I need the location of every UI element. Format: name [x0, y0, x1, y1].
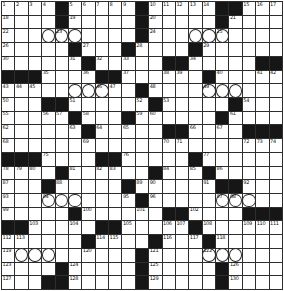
cell-r12c11[interactable] [136, 153, 148, 166]
cell-r12c17[interactable] [216, 153, 228, 166]
cell-r11c11[interactable] [136, 139, 148, 152]
cell-r10c1[interactable]: 62 [2, 125, 14, 138]
cell-r7c20[interactable] [256, 84, 268, 97]
cell-r13c4[interactable] [42, 167, 54, 180]
cell-r10c18[interactable] [229, 125, 241, 138]
cell-r20c6[interactable]: 124 [69, 263, 81, 276]
cell-r10c8[interactable]: 64 [96, 125, 108, 138]
cell-r7c18[interactable] [229, 84, 241, 97]
cell-r16c16[interactable] [203, 208, 215, 221]
cell-r16c7[interactable]: 100 [82, 208, 94, 221]
cell-r19c12[interactable]: 121 [149, 249, 161, 262]
cell-r7c16[interactable]: 49 [203, 84, 215, 97]
cell-r8c11[interactable]: 52 [136, 98, 148, 111]
cell-r6c13[interactable]: 38 [163, 71, 175, 84]
cell-r10c16[interactable] [203, 125, 215, 138]
cell-r21c16[interactable] [203, 276, 215, 289]
cell-r10c2[interactable] [15, 125, 27, 138]
cell-r19c10[interactable] [122, 249, 134, 262]
cell-r10c10[interactable]: 65 [122, 125, 134, 138]
cell-r15c7[interactable] [82, 194, 94, 207]
cell-r11c2[interactable] [15, 139, 27, 152]
cell-r5c5[interactable] [56, 57, 68, 70]
cell-r21c18[interactable]: 130 [229, 276, 241, 289]
cell-r5c8[interactable]: 32 [96, 57, 108, 70]
cell-r21c10[interactable] [122, 276, 134, 289]
cell-r14c14[interactable] [176, 180, 188, 193]
cell-r20c12[interactable]: 125 [149, 263, 161, 276]
cell-r14c1[interactable]: 87 [2, 180, 14, 193]
cell-r2c4[interactable] [42, 16, 54, 29]
cell-r17c19[interactable]: 109 [243, 221, 255, 234]
cell-r14c6[interactable] [69, 180, 81, 193]
cell-r5c19[interactable] [243, 57, 255, 70]
cell-r8c20[interactable] [256, 98, 268, 111]
cell-r11c5[interactable] [56, 139, 68, 152]
cell-r16c17[interactable] [216, 208, 228, 221]
cell-r15c15[interactable] [189, 194, 201, 207]
cell-r11c1[interactable]: 68 [2, 139, 14, 152]
cell-r18c15[interactable]: 117 [189, 235, 201, 248]
cell-r2c20[interactable] [256, 16, 268, 29]
cell-r4c7[interactable]: 27 [82, 43, 94, 56]
cell-r5c1[interactable]: 30 [2, 57, 14, 70]
cell-r6c20[interactable]: 41 [256, 71, 268, 84]
cell-r14c11[interactable]: 89 [136, 180, 148, 193]
cell-r14c13[interactable] [163, 180, 175, 193]
cell-r5c12[interactable] [149, 57, 161, 70]
cell-r14c19[interactable]: 92 [243, 180, 255, 193]
cell-r14c20[interactable] [256, 180, 268, 193]
cell-r10c9[interactable] [109, 125, 121, 138]
cell-r19c8[interactable] [96, 249, 108, 262]
cell-r3c3[interactable] [29, 29, 41, 42]
cell-r6c6[interactable] [69, 71, 81, 84]
cell-r14c12[interactable]: 90 [149, 180, 161, 193]
cell-r19c1[interactable]: 119 [2, 249, 14, 262]
cell-r14c15[interactable] [189, 180, 201, 193]
cell-r11c16[interactable] [203, 139, 215, 152]
cell-r21c7[interactable] [82, 276, 94, 289]
cell-r18c21[interactable] [270, 235, 282, 248]
cell-r3c14[interactable] [176, 29, 188, 42]
cell-r12c13[interactable] [163, 153, 175, 166]
cell-r16c9[interactable] [109, 208, 121, 221]
cell-r5c11[interactable] [136, 57, 148, 70]
cell-r13c13[interactable]: 84 [163, 167, 175, 180]
cell-r13c15[interactable]: 85 [189, 167, 201, 180]
cell-r10c6[interactable]: 63 [69, 125, 81, 138]
cell-r21c6[interactable]: 128 [69, 276, 81, 289]
cell-r18c9[interactable]: 115 [109, 235, 121, 248]
cell-r17c4[interactable] [42, 221, 54, 234]
cell-r12c18[interactable] [229, 153, 241, 166]
cell-r4c2[interactable] [15, 43, 27, 56]
cell-r7c10[interactable] [122, 84, 134, 97]
cell-r20c21[interactable] [270, 263, 282, 276]
cell-r15c14[interactable] [176, 194, 188, 207]
cell-r12c6[interactable] [69, 153, 81, 166]
cell-r19c19[interactable] [243, 249, 255, 262]
cell-r8c10[interactable] [122, 98, 134, 111]
cell-r18c14[interactable] [176, 235, 188, 248]
cell-r19c15[interactable] [189, 249, 201, 262]
cell-r18c2[interactable]: 113 [15, 235, 27, 248]
cell-r3c20[interactable] [256, 29, 268, 42]
cell-r14c3[interactable] [29, 180, 41, 193]
cell-r3c10[interactable] [122, 29, 134, 42]
cell-r9c2[interactable] [15, 112, 27, 125]
cell-r3c5[interactable]: 23 [56, 29, 68, 42]
cell-r19c3[interactable] [29, 249, 41, 262]
cell-r1c19[interactable]: 15 [243, 2, 255, 15]
cell-r6c12[interactable] [149, 71, 161, 84]
cell-r1c20[interactable]: 16 [256, 2, 268, 15]
cell-r10c12[interactable] [149, 125, 161, 138]
cell-r5c4[interactable] [42, 57, 54, 70]
cell-r7c12[interactable]: 48 [149, 84, 161, 97]
cell-r2c8[interactable] [96, 16, 108, 29]
cell-r13c8[interactable]: 82 [96, 167, 108, 180]
cell-r17c13[interactable]: 106 [163, 221, 175, 234]
cell-r19c2[interactable] [15, 249, 27, 262]
cell-r4c5[interactable] [56, 43, 68, 56]
cell-r8c21[interactable] [270, 98, 282, 111]
cell-r12c10[interactable]: 76 [122, 153, 134, 166]
cell-r8c14[interactable] [176, 98, 188, 111]
cell-r15c21[interactable] [270, 194, 282, 207]
cell-r17c17[interactable] [216, 221, 228, 234]
cell-r5c18[interactable] [229, 57, 241, 70]
cell-r18c17[interactable]: 118 [216, 235, 228, 248]
cell-r11c3[interactable] [29, 139, 41, 152]
cell-r10c15[interactable]: 66 [189, 125, 201, 138]
cell-r16c5[interactable] [56, 208, 68, 221]
cell-r18c5[interactable] [56, 235, 68, 248]
cell-r21c19[interactable] [243, 276, 255, 289]
cell-r16c2[interactable] [15, 208, 27, 221]
cell-r11c12[interactable] [149, 139, 161, 152]
cell-r2c13[interactable] [163, 16, 175, 29]
cell-r13c10[interactable] [122, 167, 134, 180]
cell-r20c14[interactable] [176, 263, 188, 276]
cell-r6c10[interactable]: 37 [122, 71, 134, 84]
cell-r7c2[interactable]: 44 [15, 84, 27, 97]
cell-r19c14[interactable] [176, 249, 188, 262]
cell-r7c5[interactable] [56, 84, 68, 97]
cell-r3c6[interactable] [69, 29, 81, 42]
cell-r16c12[interactable] [149, 208, 161, 221]
cell-r18c6[interactable] [69, 235, 81, 248]
cell-r15c16[interactable] [203, 194, 215, 207]
cell-r14c8[interactable] [96, 180, 108, 193]
cell-r9c16[interactable] [203, 112, 215, 125]
cell-r10c4[interactable] [42, 125, 54, 138]
cell-r7c1[interactable]: 43 [2, 84, 14, 97]
cell-r10c5[interactable] [56, 125, 68, 138]
cell-r8c7[interactable] [82, 98, 94, 111]
cell-r1c13[interactable]: 11 [163, 2, 175, 15]
cell-r3c13[interactable] [163, 29, 175, 42]
cell-r2c7[interactable] [82, 16, 94, 29]
cell-r11c4[interactable] [42, 139, 54, 152]
cell-r16c11[interactable]: 101 [136, 208, 148, 221]
cell-r8c19[interactable]: 54 [243, 98, 255, 111]
cell-r13c1[interactable]: 78 [2, 167, 14, 180]
cell-r7c17[interactable] [216, 84, 228, 97]
cell-r4c18[interactable] [229, 43, 241, 56]
cell-r15c13[interactable] [163, 194, 175, 207]
cell-r13c21[interactable] [270, 167, 282, 180]
cell-r12c21[interactable] [270, 153, 282, 166]
cell-r7c8[interactable]: 46 [96, 84, 108, 97]
cell-r15c17[interactable]: 97 [216, 194, 228, 207]
cell-r3c16[interactable] [203, 29, 215, 42]
cell-r15c10[interactable]: 95 [122, 194, 134, 207]
cell-r3c8[interactable] [96, 29, 108, 42]
cell-r4c11[interactable]: 28 [136, 43, 148, 56]
cell-r1c12[interactable]: 10 [149, 2, 161, 15]
cell-r5c9[interactable] [109, 57, 121, 70]
cell-r15c8[interactable] [96, 194, 108, 207]
cell-r12c5[interactable] [56, 153, 68, 166]
cell-r18c11[interactable] [136, 235, 148, 248]
cell-r17c16[interactable]: 108 [203, 221, 215, 234]
cell-r17c18[interactable] [229, 221, 241, 234]
cell-r18c18[interactable] [229, 235, 241, 248]
cell-r4c3[interactable] [29, 43, 41, 56]
cell-r19c16[interactable]: 122 [203, 249, 215, 262]
cell-r9c20[interactable] [256, 112, 268, 125]
cell-r11c13[interactable]: 70 [163, 139, 175, 152]
cell-r9c1[interactable]: 55 [2, 112, 14, 125]
cell-r13c19[interactable] [243, 167, 255, 180]
cell-r20c9[interactable] [109, 263, 121, 276]
cell-r3c4[interactable] [42, 29, 54, 42]
cell-r20c7[interactable] [82, 263, 94, 276]
cell-r9c15[interactable] [189, 112, 201, 125]
cell-r4c4[interactable] [42, 43, 54, 56]
cell-r18c4[interactable] [42, 235, 54, 248]
cell-r20c16[interactable] [203, 263, 215, 276]
cell-r7c4[interactable] [42, 84, 54, 97]
cell-r18c19[interactable] [243, 235, 255, 248]
cell-r16c8[interactable] [96, 208, 108, 221]
cell-r6c11[interactable] [136, 71, 148, 84]
cell-r21c3[interactable] [29, 276, 41, 289]
cell-r13c17[interactable]: 86 [216, 167, 228, 180]
cell-r7c9[interactable]: 47 [109, 84, 121, 97]
cell-r16c10[interactable] [122, 208, 134, 221]
cell-r11c18[interactable] [229, 139, 241, 152]
cell-r16c15[interactable]: 102 [189, 208, 201, 221]
cell-r16c4[interactable] [42, 208, 54, 221]
cell-r3c1[interactable]: 22 [2, 29, 14, 42]
cell-r9c8[interactable] [96, 112, 108, 125]
cell-r17c20[interactable]: 110 [256, 221, 268, 234]
cell-r12c4[interactable]: 75 [42, 153, 54, 166]
cell-r21c9[interactable] [109, 276, 121, 289]
cell-r15c4[interactable]: 94 [42, 194, 54, 207]
cell-r1c14[interactable]: 12 [176, 2, 188, 15]
cell-r4c8[interactable] [96, 43, 108, 56]
cell-r21c21[interactable] [270, 276, 282, 289]
cell-r16c1[interactable]: 99 [2, 208, 14, 221]
cell-r3c19[interactable] [243, 29, 255, 42]
cell-r19c7[interactable]: 120 [82, 249, 94, 262]
cell-r3c21[interactable] [270, 29, 282, 42]
cell-r2c21[interactable] [270, 16, 282, 29]
cell-r14c9[interactable] [109, 180, 121, 193]
cell-r4c13[interactable] [163, 43, 175, 56]
cell-r2c10[interactable] [122, 16, 134, 29]
cell-r9c12[interactable]: 60 [149, 112, 161, 125]
cell-r9c21[interactable] [270, 112, 282, 125]
cell-r13c2[interactable]: 79 [15, 167, 27, 180]
cell-r5c10[interactable]: 33 [122, 57, 134, 70]
cell-r10c3[interactable] [29, 125, 41, 138]
cell-r20c18[interactable]: 126 [229, 263, 241, 276]
cell-r12c16[interactable]: 77 [203, 153, 215, 166]
cell-r14c7[interactable] [82, 180, 94, 193]
cell-r6c21[interactable]: 42 [270, 71, 282, 84]
cell-r8c15[interactable] [189, 98, 201, 111]
cell-r13c9[interactable]: 83 [109, 167, 121, 180]
cell-r4c14[interactable] [176, 43, 188, 56]
cell-r15c20[interactable] [256, 194, 268, 207]
cell-r9c19[interactable] [243, 112, 255, 125]
cell-r8c2[interactable] [15, 98, 27, 111]
cell-r11c19[interactable]: 72 [243, 139, 255, 152]
cell-r18c3[interactable] [29, 235, 41, 248]
cell-r9c18[interactable]: 61 [229, 112, 241, 125]
cell-r1c4[interactable]: 4 [42, 2, 54, 15]
cell-r6c7[interactable]: 36 [82, 71, 94, 84]
cell-r5c2[interactable] [15, 57, 27, 70]
cell-r20c4[interactable] [42, 263, 54, 276]
cell-r20c15[interactable] [189, 263, 201, 276]
cell-r14c16[interactable]: 91 [203, 180, 215, 193]
cell-r15c5[interactable] [56, 194, 68, 207]
cell-r13c11[interactable] [136, 167, 148, 180]
cell-r8c13[interactable]: 53 [163, 98, 175, 111]
cell-r11c9[interactable] [109, 139, 121, 152]
cell-r20c20[interactable] [256, 263, 268, 276]
cell-r9c4[interactable]: 56 [42, 112, 54, 125]
cell-r7c6[interactable] [69, 84, 81, 97]
cell-r21c8[interactable] [96, 276, 108, 289]
cell-r9c9[interactable] [109, 112, 121, 125]
cell-r18c1[interactable]: 112 [2, 235, 14, 248]
cell-r2c12[interactable]: 20 [149, 16, 161, 29]
cell-r18c20[interactable] [256, 235, 268, 248]
cell-r1c2[interactable]: 2 [15, 2, 27, 15]
cell-r17c10[interactable]: 105 [122, 221, 134, 234]
cell-r2c19[interactable] [243, 16, 255, 29]
cell-r19c6[interactable] [69, 249, 81, 262]
cell-r17c3[interactable]: 103 [29, 221, 41, 234]
cell-r7c19[interactable] [243, 84, 255, 97]
cell-r21c12[interactable]: 129 [149, 276, 161, 289]
cell-r6c18[interactable] [229, 71, 241, 84]
cell-r13c14[interactable] [176, 167, 188, 180]
cell-r12c7[interactable] [82, 153, 94, 166]
cell-r5c17[interactable] [216, 57, 228, 70]
cell-r7c3[interactable]: 45 [29, 84, 41, 97]
cell-r9c3[interactable] [29, 112, 41, 125]
cell-r21c2[interactable] [15, 276, 27, 289]
cell-r11c17[interactable] [216, 139, 228, 152]
cell-r15c19[interactable] [243, 194, 255, 207]
cell-r20c19[interactable] [243, 263, 255, 276]
cell-r4c12[interactable] [149, 43, 161, 56]
cell-r19c18[interactable] [229, 249, 241, 262]
cell-r19c20[interactable] [256, 249, 268, 262]
cell-r1c10[interactable]: 9 [122, 2, 134, 15]
cell-r1c21[interactable]: 17 [270, 2, 282, 15]
cell-r20c13[interactable] [163, 263, 175, 276]
cell-r4c20[interactable] [256, 43, 268, 56]
cell-r21c1[interactable]: 127 [2, 276, 14, 289]
cell-r5c15[interactable]: 34 [189, 57, 201, 70]
cell-r1c3[interactable]: 3 [29, 2, 41, 15]
cell-r9c13[interactable] [163, 112, 175, 125]
cell-r16c3[interactable] [29, 208, 41, 221]
cell-r4c21[interactable] [270, 43, 282, 56]
cell-r4c1[interactable]: 26 [2, 43, 14, 56]
cell-r2c6[interactable]: 19 [69, 16, 81, 29]
cell-r21c20[interactable] [256, 276, 268, 289]
cell-r15c18[interactable]: 98 [229, 194, 241, 207]
cell-r13c18[interactable] [229, 167, 241, 180]
cell-r19c9[interactable] [109, 249, 121, 262]
cell-r9c14[interactable] [176, 112, 188, 125]
cell-r21c15[interactable] [189, 276, 201, 289]
cell-r16c18[interactable] [229, 208, 241, 221]
cell-r2c3[interactable] [29, 16, 41, 29]
cell-r20c2[interactable] [15, 263, 27, 276]
cell-r11c14[interactable]: 71 [176, 139, 188, 152]
cell-r2c14[interactable] [176, 16, 188, 29]
cell-r7c14[interactable] [176, 84, 188, 97]
cell-r1c16[interactable]: 14 [203, 2, 215, 15]
cell-r8c9[interactable] [109, 98, 121, 111]
cell-r15c9[interactable] [109, 194, 121, 207]
cell-r7c21[interactable] [270, 84, 282, 97]
cell-r19c13[interactable] [163, 249, 175, 262]
cell-r19c17[interactable] [216, 249, 228, 262]
cell-r1c6[interactable]: 5 [69, 2, 81, 15]
cell-r3c17[interactable]: 25 [216, 29, 228, 42]
cell-r20c10[interactable] [122, 263, 134, 276]
cell-r1c7[interactable]: 6 [82, 2, 94, 15]
cell-r13c3[interactable]: 80 [29, 167, 41, 180]
cell-r13c20[interactable] [256, 167, 268, 180]
cell-r6c17[interactable]: 40 [216, 71, 228, 84]
cell-r8c17[interactable] [216, 98, 228, 111]
cell-r8c1[interactable]: 50 [2, 98, 14, 111]
cell-r15c2[interactable] [15, 194, 27, 207]
cell-r17c5[interactable] [56, 221, 68, 234]
cell-r17c7[interactable] [82, 221, 94, 234]
cell-r17c6[interactable]: 104 [69, 221, 81, 234]
cell-r1c15[interactable]: 13 [189, 2, 201, 15]
cell-r6c19[interactable] [243, 71, 255, 84]
cell-r15c6[interactable] [69, 194, 81, 207]
cell-r2c18[interactable]: 21 [229, 16, 241, 29]
cell-r6c5[interactable] [56, 71, 68, 84]
cell-r14c5[interactable]: 88 [56, 180, 68, 193]
